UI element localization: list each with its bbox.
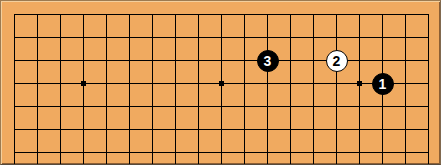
grid-line-vertical — [106, 118, 107, 141]
intersection — [187, 72, 210, 95]
intersection — [348, 118, 371, 141]
intersection — [371, 95, 394, 118]
grid-line-vertical — [83, 14, 84, 26]
grid-line-vertical — [405, 141, 406, 164]
intersection — [279, 3, 302, 26]
grid-line-vertical — [313, 49, 314, 72]
grid-line-vertical — [405, 14, 406, 26]
grid-line-vertical — [336, 72, 337, 95]
intersection — [118, 95, 141, 118]
grid-line-vertical — [129, 72, 130, 95]
grid-line-horizontal — [14, 37, 26, 38]
intersection — [325, 72, 348, 95]
intersection — [210, 3, 233, 26]
grid-line-vertical — [267, 14, 268, 26]
intersection — [26, 49, 49, 72]
grid-line-vertical — [336, 14, 337, 26]
grid-line-vertical — [129, 14, 130, 26]
grid-line-vertical — [198, 26, 199, 49]
grid-line-vertical — [60, 72, 61, 95]
intersection — [141, 3, 164, 26]
grid-line-vertical — [359, 118, 360, 141]
intersection — [233, 49, 256, 72]
intersection — [95, 49, 118, 72]
intersection — [141, 26, 164, 49]
grid-line-vertical — [198, 49, 199, 72]
grid-line-vertical — [313, 118, 314, 141]
grid-line-vertical — [83, 26, 84, 49]
intersection — [72, 118, 95, 141]
grid-line-vertical — [221, 118, 222, 141]
intersection — [279, 26, 302, 49]
grid-line-vertical — [244, 95, 245, 118]
grid-line-vertical — [405, 72, 406, 95]
grid-line-vertical — [313, 95, 314, 118]
intersection — [164, 3, 187, 26]
intersection — [26, 3, 49, 26]
grid-line-vertical — [106, 14, 107, 26]
grid-line-vertical — [198, 141, 199, 164]
intersection — [417, 95, 440, 118]
grid-line-vertical — [290, 72, 291, 95]
white-stone-2: 2 — [326, 50, 348, 72]
grid-line-vertical — [382, 95, 383, 118]
grid-line-vertical — [129, 49, 130, 72]
grid-line-vertical — [428, 118, 429, 141]
intersection — [49, 26, 72, 49]
black-stone-1: 1 — [372, 73, 394, 95]
intersection — [325, 3, 348, 26]
intersection — [26, 141, 49, 164]
grid-line-vertical — [175, 14, 176, 26]
intersection — [72, 141, 95, 164]
intersection — [210, 72, 233, 95]
grid-line-vertical — [14, 72, 15, 95]
intersection — [72, 3, 95, 26]
intersection — [72, 72, 95, 95]
intersection — [233, 26, 256, 49]
intersection — [26, 26, 49, 49]
grid-line-vertical — [14, 49, 15, 72]
intersection — [279, 49, 302, 72]
grid-line-vertical — [244, 141, 245, 164]
grid-line-vertical — [106, 72, 107, 95]
grid-line-vertical — [175, 26, 176, 49]
grid-line-vertical — [60, 141, 61, 164]
intersection — [302, 72, 325, 95]
intersection — [302, 118, 325, 141]
intersection — [49, 3, 72, 26]
grid-line-horizontal — [14, 60, 26, 61]
grid-line-vertical — [290, 14, 291, 26]
intersection — [325, 26, 348, 49]
intersection — [325, 141, 348, 164]
intersection — [26, 118, 49, 141]
grid-line-vertical — [198, 118, 199, 141]
grid-line-vertical — [428, 141, 429, 164]
intersection — [164, 49, 187, 72]
grid-line-vertical — [221, 49, 222, 72]
intersection — [302, 26, 325, 49]
grid-line-vertical — [428, 26, 429, 49]
grid-line-vertical — [175, 49, 176, 72]
intersection — [49, 49, 72, 72]
intersection — [371, 3, 394, 26]
grid-line-vertical — [14, 26, 15, 49]
grid-line-vertical — [152, 26, 153, 49]
intersection — [256, 95, 279, 118]
intersection — [348, 141, 371, 164]
grid-line-vertical — [198, 14, 199, 26]
intersection — [95, 95, 118, 118]
grid-line-vertical — [83, 141, 84, 164]
intersection — [3, 118, 26, 141]
intersection — [49, 95, 72, 118]
grid-line-vertical — [60, 95, 61, 118]
intersection: 1 — [371, 72, 394, 95]
hoshi-point — [219, 81, 224, 86]
grid-line-vertical — [37, 14, 38, 26]
intersection — [118, 118, 141, 141]
intersection — [164, 26, 187, 49]
grid-line-vertical — [336, 118, 337, 141]
intersection — [348, 49, 371, 72]
intersection — [118, 72, 141, 95]
intersection — [118, 26, 141, 49]
intersection — [233, 118, 256, 141]
grid-line-vertical — [60, 118, 61, 141]
intersection — [72, 26, 95, 49]
grid-line-vertical — [221, 95, 222, 118]
grid-line-vertical — [221, 141, 222, 164]
intersection: 3 — [256, 49, 279, 72]
grid-line-vertical — [359, 26, 360, 49]
intersection — [279, 72, 302, 95]
intersection — [394, 95, 417, 118]
black-stone-3: 3 — [257, 50, 279, 72]
grid-line-vertical — [313, 14, 314, 26]
grid-line-vertical — [336, 26, 337, 49]
intersection — [233, 3, 256, 26]
grid-line-vertical — [405, 95, 406, 118]
grid-line-vertical — [152, 118, 153, 141]
intersection — [210, 118, 233, 141]
grid-line-vertical — [382, 14, 383, 26]
intersection — [141, 95, 164, 118]
grid-line-vertical — [83, 118, 84, 141]
grid-line-vertical — [359, 95, 360, 118]
grid-line-vertical — [267, 72, 268, 95]
go-board-grid: 321 — [3, 3, 440, 164]
intersection: 2 — [325, 49, 348, 72]
intersection — [279, 118, 302, 141]
intersection — [394, 72, 417, 95]
grid-line-vertical — [290, 141, 291, 164]
intersection — [256, 72, 279, 95]
intersection — [371, 141, 394, 164]
intersection — [325, 118, 348, 141]
grid-line-vertical — [359, 49, 360, 72]
grid-line-horizontal — [14, 152, 26, 153]
grid-line-vertical — [60, 14, 61, 26]
intersection — [164, 118, 187, 141]
intersection — [26, 72, 49, 95]
intersection — [256, 118, 279, 141]
intersection — [3, 26, 26, 49]
grid-line-vertical — [152, 49, 153, 72]
intersection — [187, 49, 210, 72]
intersection — [233, 141, 256, 164]
intersection — [95, 72, 118, 95]
grid-line-vertical — [129, 141, 130, 164]
grid-line-vertical — [37, 26, 38, 49]
grid-line-vertical — [405, 26, 406, 49]
grid-line-vertical — [152, 14, 153, 26]
intersection — [3, 49, 26, 72]
grid-line-vertical — [37, 72, 38, 95]
intersection — [233, 95, 256, 118]
hoshi-point — [357, 81, 362, 86]
intersection — [302, 141, 325, 164]
grid-line-vertical — [336, 95, 337, 118]
grid-line-vertical — [290, 49, 291, 72]
grid-line-vertical — [244, 49, 245, 72]
intersection — [302, 3, 325, 26]
intersection — [118, 141, 141, 164]
intersection — [279, 95, 302, 118]
intersection — [394, 118, 417, 141]
intersection — [164, 141, 187, 164]
intersection — [49, 118, 72, 141]
intersection — [164, 95, 187, 118]
grid-line-vertical — [14, 118, 15, 141]
grid-line-vertical — [60, 49, 61, 72]
intersection — [417, 141, 440, 164]
intersection — [394, 49, 417, 72]
intersection — [118, 3, 141, 26]
grid-line-vertical — [129, 26, 130, 49]
intersection — [348, 95, 371, 118]
grid-line-vertical — [382, 118, 383, 141]
grid-line-vertical — [290, 95, 291, 118]
grid-line-vertical — [428, 95, 429, 118]
grid-line-vertical — [152, 95, 153, 118]
grid-line-vertical — [267, 118, 268, 141]
intersection — [141, 72, 164, 95]
go-board-frame: 321 — [0, 0, 441, 165]
intersection — [210, 26, 233, 49]
grid-line-vertical — [244, 118, 245, 141]
intersection — [394, 141, 417, 164]
grid-line-vertical — [290, 26, 291, 49]
intersection — [210, 49, 233, 72]
grid-line-vertical — [14, 14, 15, 26]
grid-line-vertical — [14, 95, 15, 118]
grid-line-vertical — [428, 49, 429, 72]
intersection — [348, 26, 371, 49]
grid-line-vertical — [152, 72, 153, 95]
intersection — [371, 118, 394, 141]
intersection — [72, 49, 95, 72]
intersection — [256, 26, 279, 49]
intersection — [187, 26, 210, 49]
intersection — [95, 3, 118, 26]
grid-line-vertical — [313, 72, 314, 95]
grid-line-vertical — [175, 72, 176, 95]
intersection — [348, 3, 371, 26]
grid-line-vertical — [198, 72, 199, 95]
intersection — [394, 26, 417, 49]
grid-line-vertical — [106, 95, 107, 118]
grid-line-vertical — [198, 95, 199, 118]
grid-line-vertical — [37, 49, 38, 72]
intersection — [302, 95, 325, 118]
grid-line-vertical — [129, 95, 130, 118]
intersection — [187, 118, 210, 141]
grid-line-vertical — [221, 26, 222, 49]
intersection — [164, 72, 187, 95]
intersection — [417, 49, 440, 72]
grid-line-vertical — [267, 95, 268, 118]
intersection — [302, 49, 325, 72]
grid-line-vertical — [382, 141, 383, 164]
intersection — [141, 141, 164, 164]
grid-line-vertical — [405, 118, 406, 141]
grid-line-vertical — [221, 14, 222, 26]
intersection — [187, 3, 210, 26]
grid-line-vertical — [175, 141, 176, 164]
grid-line-vertical — [267, 26, 268, 49]
intersection — [256, 3, 279, 26]
grid-line-vertical — [313, 141, 314, 164]
grid-line-vertical — [313, 26, 314, 49]
intersection — [141, 118, 164, 141]
intersection — [95, 141, 118, 164]
grid-line-vertical — [14, 141, 15, 164]
intersection — [95, 118, 118, 141]
intersection — [394, 3, 417, 26]
intersection — [3, 3, 26, 26]
grid-line-horizontal — [14, 14, 26, 15]
hoshi-point — [81, 81, 86, 86]
grid-line-horizontal — [14, 106, 26, 107]
grid-line-vertical — [152, 141, 153, 164]
grid-line-vertical — [382, 49, 383, 72]
grid-line-vertical — [37, 118, 38, 141]
grid-line-vertical — [106, 49, 107, 72]
grid-line-vertical — [83, 95, 84, 118]
intersection — [417, 26, 440, 49]
grid-line-vertical — [60, 26, 61, 49]
grid-line-vertical — [244, 14, 245, 26]
grid-line-vertical — [359, 141, 360, 164]
intersection — [417, 118, 440, 141]
grid-line-vertical — [382, 26, 383, 49]
grid-line-vertical — [359, 14, 360, 26]
intersection — [417, 72, 440, 95]
intersection — [279, 141, 302, 164]
grid-line-vertical — [175, 118, 176, 141]
intersection — [371, 26, 394, 49]
grid-line-vertical — [175, 95, 176, 118]
intersection — [325, 95, 348, 118]
intersection — [141, 49, 164, 72]
intersection — [187, 141, 210, 164]
intersection — [417, 3, 440, 26]
intersection — [371, 49, 394, 72]
grid-line-vertical — [244, 26, 245, 49]
intersection — [3, 141, 26, 164]
intersection — [3, 95, 26, 118]
intersection — [72, 95, 95, 118]
grid-line-vertical — [428, 72, 429, 95]
intersection — [210, 141, 233, 164]
intersection — [187, 95, 210, 118]
grid-line-vertical — [37, 95, 38, 118]
grid-line-vertical — [106, 26, 107, 49]
grid-line-vertical — [428, 14, 429, 26]
intersection — [95, 26, 118, 49]
grid-line-horizontal — [14, 83, 26, 84]
grid-line-vertical — [244, 72, 245, 95]
grid-line-vertical — [290, 118, 291, 141]
intersection — [118, 49, 141, 72]
intersection — [348, 72, 371, 95]
grid-line-vertical — [405, 49, 406, 72]
intersection — [210, 95, 233, 118]
grid-line-vertical — [37, 141, 38, 164]
intersection — [26, 95, 49, 118]
grid-line-vertical — [336, 141, 337, 164]
grid-line-vertical — [106, 141, 107, 164]
intersection — [256, 141, 279, 164]
grid-line-horizontal — [14, 129, 26, 130]
grid-line-vertical — [267, 141, 268, 164]
intersection — [3, 72, 26, 95]
grid-line-vertical — [129, 118, 130, 141]
grid-line-vertical — [83, 49, 84, 72]
intersection — [49, 72, 72, 95]
intersection — [233, 72, 256, 95]
intersection — [49, 141, 72, 164]
